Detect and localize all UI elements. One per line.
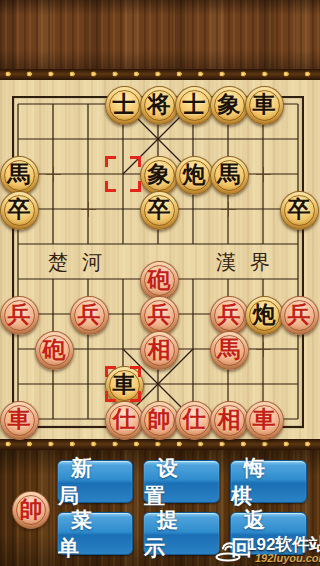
piece-glyph: 仕 xyxy=(113,404,136,435)
piece-red-r7c5[interactable]: 兵 xyxy=(140,296,179,335)
piece-glyph: 炮 xyxy=(253,299,276,330)
piece-red-r7c1[interactable]: 兵 xyxy=(0,296,39,335)
piece-glyph: 相 xyxy=(218,404,241,435)
board[interactable]: 楚河 漢界 士将士象車馬象炮馬卒卒卒砲兵兵兵兵炮兵砲相馬車車仕帥仕相車 xyxy=(0,80,320,439)
piece-red-r7c7[interactable]: 兵 xyxy=(210,296,249,335)
piece-glyph: 炮 xyxy=(183,159,206,190)
piece-glyph: 砲 xyxy=(148,264,171,295)
piece-black-r4c5[interactable]: 卒 xyxy=(140,191,179,230)
top-wood-panel xyxy=(0,0,320,69)
hint-button[interactable]: 提示 xyxy=(143,512,220,555)
piece-glyph: 車 xyxy=(253,89,276,120)
piece-red-r10c6[interactable]: 仕 xyxy=(175,401,214,440)
piece-black-r3c6[interactable]: 炮 xyxy=(175,156,214,195)
piece-glyph: 馬 xyxy=(218,334,241,365)
piece-black-r4c1[interactable]: 卒 xyxy=(0,191,39,230)
piece-glyph: 卒 xyxy=(8,194,31,225)
piece-red-r8c2[interactable]: 砲 xyxy=(35,331,74,370)
watermark-url: 192luyou.com xyxy=(255,552,320,564)
piece-red-r10c5[interactable]: 帥 xyxy=(140,401,179,440)
piece-glyph: 象 xyxy=(148,159,171,190)
router-icon xyxy=(214,537,246,562)
piece-red-r10c7[interactable]: 相 xyxy=(210,401,249,440)
piece-red-r8c7[interactable]: 馬 xyxy=(210,331,249,370)
xiangqi-app: 楚河 漢界 士将士象車馬象炮馬卒卒卒砲兵兵兵兵炮兵砲相馬車車仕帥仕相車 帥 新局… xyxy=(0,0,320,566)
piece-black-r7c8[interactable]: 炮 xyxy=(245,296,284,335)
piece-black-r1c8[interactable]: 車 xyxy=(245,86,284,125)
piece-glyph: 車 xyxy=(253,404,276,435)
piece-glyph: 馬 xyxy=(218,159,241,190)
piece-red-r7c3[interactable]: 兵 xyxy=(70,296,109,335)
menu-button[interactable]: 菜单 xyxy=(57,512,133,555)
piece-red-r10c1[interactable]: 車 xyxy=(0,401,39,440)
piece-glyph: 兵 xyxy=(218,299,241,330)
piece-glyph: 車 xyxy=(8,404,31,435)
piece-glyph: 車 xyxy=(113,369,136,400)
piece-glyph: 士 xyxy=(113,89,136,120)
watermark: 192软件站 192luyou.com xyxy=(212,533,320,566)
piece-red-r10c4[interactable]: 仕 xyxy=(105,401,144,440)
turn-indicator-glyph: 帥 xyxy=(20,494,43,525)
piece-glyph: 相 xyxy=(148,334,171,365)
piece-black-r9c4[interactable]: 車 xyxy=(105,366,144,405)
piece-glyph: 兵 xyxy=(148,299,171,330)
piece-black-r1c5[interactable]: 将 xyxy=(140,86,179,125)
river-label-right: 漢界 xyxy=(216,251,284,273)
turn-indicator-badge: 帥 xyxy=(12,491,50,529)
piece-glyph: 士 xyxy=(183,89,206,120)
piece-red-r10c8[interactable]: 車 xyxy=(245,401,284,440)
river-label-left: 楚河 xyxy=(48,251,116,273)
piece-black-r3c7[interactable]: 馬 xyxy=(210,156,249,195)
new-game-button[interactable]: 新局 xyxy=(57,460,133,503)
piece-glyph: 卒 xyxy=(148,194,171,225)
piece-glyph: 兵 xyxy=(78,299,101,330)
piece-glyph: 卒 xyxy=(288,194,311,225)
undo-button[interactable]: 悔棋 xyxy=(230,460,307,503)
bottom-stud-strip xyxy=(0,439,320,450)
piece-black-r4c9[interactable]: 卒 xyxy=(280,191,319,230)
piece-glyph: 馬 xyxy=(8,159,31,190)
settings-button[interactable]: 设置 xyxy=(143,460,220,503)
piece-black-r1c4[interactable]: 士 xyxy=(105,86,144,125)
piece-glyph: 兵 xyxy=(288,299,311,330)
piece-red-r8c5[interactable]: 相 xyxy=(140,331,179,370)
piece-red-r6c5[interactable]: 砲 xyxy=(140,261,179,300)
piece-glyph: 砲 xyxy=(43,334,66,365)
piece-black-r3c5[interactable]: 象 xyxy=(140,156,179,195)
piece-glyph: 仕 xyxy=(183,404,206,435)
piece-glyph: 象 xyxy=(218,89,241,120)
piece-black-r1c7[interactable]: 象 xyxy=(210,86,249,125)
piece-red-r7c9[interactable]: 兵 xyxy=(280,296,319,335)
piece-glyph: 帥 xyxy=(148,404,171,435)
piece-black-r1c6[interactable]: 士 xyxy=(175,86,214,125)
piece-glyph: 兵 xyxy=(8,299,31,330)
piece-glyph: 将 xyxy=(148,89,171,120)
top-stud-strip xyxy=(0,69,320,80)
piece-black-r3c1[interactable]: 馬 xyxy=(0,156,39,195)
